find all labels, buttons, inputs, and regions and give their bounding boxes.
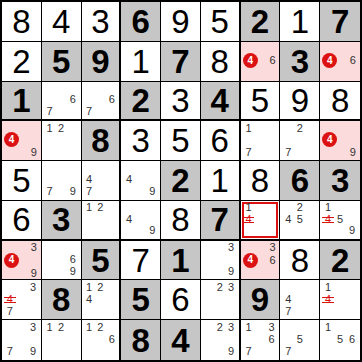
cell-r9c2[interactable]: 12: [42, 320, 82, 360]
candidate-6: 6: [268, 53, 278, 68]
cell-r8c5[interactable]: 6: [161, 280, 201, 320]
candidate-3: 3: [225, 321, 236, 333]
candidate-4: 4: [84, 174, 95, 186]
cell-r7c5[interactable]: 1: [161, 241, 201, 281]
solved-digit: 9: [171, 5, 189, 38]
cell-r2c2[interactable]: 5: [42, 42, 82, 82]
solved-digit: 5: [171, 124, 189, 157]
candidate-2: 2: [214, 281, 225, 293]
candidate-grid: 49: [4, 122, 39, 158]
cell-r4c9[interactable]: 49: [320, 121, 360, 161]
solved-digit: 1: [132, 45, 150, 78]
cell-r4c8[interactable]: 27: [280, 121, 320, 161]
candidate-9: 9: [225, 266, 236, 278]
candidate-grid: 46: [243, 43, 278, 79]
cell-r2c5[interactable]: 7: [161, 42, 201, 82]
cell-r9c8[interactable]: 57: [280, 320, 320, 360]
candidate-7: 7: [243, 146, 255, 158]
candidate-4-circled: 4: [243, 253, 258, 268]
cell-r6c6[interactable]: 7: [201, 201, 241, 241]
candidate-6: 6: [268, 253, 278, 268]
cell-r3c9[interactable]: 8: [320, 82, 360, 122]
cell-r6c7[interactable]: 14: [241, 201, 281, 241]
candidate-9: 9: [67, 266, 79, 278]
cell-r6c3[interactable]: 12: [82, 201, 122, 241]
cell-r8c9[interactable]: 14: [320, 280, 360, 320]
candidate-4-circled: 4: [4, 132, 19, 147]
candidate-7: 7: [44, 106, 56, 118]
candidate-grid: 14: [243, 202, 278, 237]
given-digit: 5: [52, 45, 70, 78]
cell-r1c1[interactable]: 8: [2, 2, 42, 42]
candidate-7: 7: [84, 186, 95, 198]
candidate-2: 2: [294, 202, 306, 214]
cell-r6c1[interactable]: 6: [2, 201, 42, 241]
cell-r3c4[interactable]: 2: [121, 82, 161, 122]
candidate-1: 1: [322, 321, 334, 333]
given-digit: 2: [171, 164, 189, 197]
candidate-7: 7: [282, 305, 294, 317]
candidate-4-eliminated: 4: [243, 213, 255, 225]
sudoku-board: 8436952172591784634616767234598491283561…: [0, 0, 362, 362]
given-digit: 9: [91, 45, 109, 78]
cell-r6c8[interactable]: 245: [280, 201, 320, 241]
cell-r6c5[interactable]: 8: [161, 201, 201, 241]
candidate-grid: 346: [243, 242, 278, 278]
solved-digit: 5: [12, 164, 30, 197]
candidate-4-eliminated: 4: [322, 293, 334, 305]
cell-r1c9[interactable]: 7: [320, 2, 360, 42]
given-digit: 3: [52, 203, 70, 236]
solved-digit: 1: [291, 5, 309, 38]
solved-digit: 3: [91, 5, 109, 38]
candidate-grid: 1367: [243, 321, 278, 358]
given-digit: 8: [91, 124, 109, 157]
candidate-1: 1: [243, 122, 255, 134]
candidate-5: 5: [334, 333, 346, 345]
given-digit: 5: [132, 283, 150, 316]
solved-digit: 6: [211, 124, 229, 157]
candidate-9: 9: [67, 186, 79, 198]
cell-r8c3[interactable]: 124: [82, 280, 122, 320]
solved-digit: 8: [251, 164, 269, 197]
candidate-7: 7: [4, 346, 16, 358]
cell-r3c5[interactable]: 3: [161, 82, 201, 122]
candidate-3: 3: [266, 321, 278, 333]
candidate-3: 3: [225, 242, 236, 254]
candidate-1: 1: [44, 122, 56, 134]
cell-r9c1[interactable]: 379: [2, 320, 42, 360]
cell-r2c3[interactable]: 9: [82, 42, 122, 82]
candidate-3: 3: [29, 242, 39, 253]
candidate-grid: 126: [84, 321, 118, 358]
cell-r9c7[interactable]: 1367: [241, 320, 281, 360]
candidate-grid: 349: [4, 242, 39, 278]
candidate-9: 9: [348, 147, 358, 158]
candidate-7: 7: [243, 346, 255, 358]
solved-digit: 8: [171, 203, 189, 236]
cell-r8c4[interactable]: 5: [121, 280, 161, 320]
cell-r1c5[interactable]: 9: [161, 2, 201, 42]
candidate-grid: 47: [282, 281, 317, 317]
cell-r8c2[interactable]: 8: [42, 280, 82, 320]
cell-r1c4[interactable]: 6: [121, 2, 161, 42]
candidate-grid: 23: [203, 281, 237, 317]
candidate-4-eliminated: 4: [4, 293, 16, 305]
candidate-3: 3: [27, 281, 39, 293]
solved-digit: 6: [12, 203, 30, 236]
cell-r7c4[interactable]: 7: [121, 241, 161, 281]
candidate-grid: 49: [322, 122, 358, 158]
candidate-grid: 39: [203, 242, 237, 278]
cell-r5c2[interactable]: 79: [42, 161, 82, 201]
cell-r6c2[interactable]: 3: [42, 201, 82, 241]
given-digit: 4: [211, 84, 229, 117]
candidate-grid: 1459: [322, 202, 358, 237]
cell-r1c3[interactable]: 3: [82, 2, 122, 42]
given-digit: 4: [171, 324, 189, 357]
solved-digit: 4: [52, 5, 70, 38]
given-digit: 1: [12, 84, 30, 117]
candidate-9: 9: [225, 346, 236, 358]
cell-r5c7[interactable]: 8: [241, 161, 281, 201]
candidate-6: 6: [106, 94, 117, 106]
given-digit: 6: [291, 164, 309, 197]
candidate-grid: 67: [84, 83, 118, 118]
cell-r1c6[interactable]: 5: [201, 2, 241, 42]
cell-r2c1[interactable]: 2: [2, 42, 42, 82]
cell-r9c6[interactable]: 239: [201, 320, 241, 360]
candidate-4: 4: [282, 213, 294, 225]
candidate-2: 2: [95, 321, 106, 333]
solved-digit: 8: [291, 244, 309, 277]
candidate-1: 1: [243, 321, 255, 333]
candidate-grid: 47: [84, 162, 118, 198]
given-digit: 6: [132, 5, 150, 38]
given-digit: 8: [132, 324, 150, 357]
candidate-1: 1: [84, 281, 95, 293]
cell-r1c8[interactable]: 1: [280, 2, 320, 42]
candidate-grid: 49: [123, 202, 158, 237]
candidate-6: 6: [348, 53, 358, 68]
cell-r6c9[interactable]: 1459: [320, 201, 360, 241]
cell-r7c6[interactable]: 39: [201, 241, 241, 281]
cell-r3c1[interactable]: 1: [2, 82, 42, 122]
candidate-5: 5: [294, 333, 306, 345]
solved-digit: 9: [291, 84, 309, 117]
candidate-9: 9: [147, 186, 159, 198]
candidate-6: 6: [266, 333, 278, 345]
candidate-grid: 156: [322, 321, 358, 358]
candidate-grid: 46: [322, 43, 358, 79]
candidate-7: 7: [282, 346, 294, 358]
candidate-1: 1: [84, 202, 95, 214]
candidate-grid: 347: [4, 281, 39, 317]
cell-r1c2[interactable]: 4: [42, 2, 82, 42]
cell-r5c6[interactable]: 1: [201, 161, 241, 201]
cell-r2c8[interactable]: 3: [280, 42, 320, 82]
candidate-grid: 67: [44, 83, 79, 118]
cell-r7c2[interactable]: 69: [42, 241, 82, 281]
cell-r5c8[interactable]: 6: [280, 161, 320, 201]
candidate-3: 3: [225, 281, 236, 293]
cell-r9c5[interactable]: 4: [161, 320, 201, 360]
given-digit: 8: [52, 283, 70, 316]
candidate-grid: 12: [84, 202, 118, 237]
candidate-2: 2: [294, 122, 306, 134]
candidate-grid: 12: [44, 321, 79, 358]
cell-r3c2[interactable]: 67: [42, 82, 82, 122]
candidate-3: 3: [268, 242, 278, 253]
candidate-2: 2: [55, 122, 67, 134]
cell-r2c9[interactable]: 46: [320, 42, 360, 82]
solved-digit: 5: [251, 84, 269, 117]
candidate-9: 9: [346, 225, 358, 237]
candidate-grid: 79: [44, 162, 79, 198]
candidate-4: 4: [123, 174, 135, 186]
cell-r8c6[interactable]: 23: [201, 280, 241, 320]
candidate-4: 4: [282, 293, 294, 305]
solved-digit: 3: [171, 84, 189, 117]
given-digit: 7: [331, 5, 349, 38]
solved-digit: 6: [171, 283, 189, 316]
cell-r5c4[interactable]: 49: [121, 161, 161, 201]
candidate-9: 9: [27, 346, 39, 358]
cell-r3c3[interactable]: 67: [82, 82, 122, 122]
candidate-6: 6: [67, 94, 79, 106]
cell-r5c1[interactable]: 5: [2, 161, 42, 201]
cell-r5c5[interactable]: 2: [161, 161, 201, 201]
candidate-4-circled: 4: [322, 53, 337, 68]
cell-r2c4[interactable]: 1: [121, 42, 161, 82]
candidate-1: 1: [322, 281, 334, 293]
cell-r3c7[interactable]: 5: [241, 82, 281, 122]
candidate-7: 7: [44, 186, 56, 198]
given-digit: 7: [211, 203, 229, 236]
candidate-1: 1: [44, 321, 56, 333]
candidate-4-circled: 4: [4, 253, 19, 268]
cell-r7c3[interactable]: 5: [82, 241, 122, 281]
cell-r8c8[interactable]: 47: [280, 280, 320, 320]
candidate-1: 1: [243, 202, 255, 214]
cell-r8c1[interactable]: 347: [2, 280, 42, 320]
solved-digit: 8: [211, 45, 229, 78]
solved-digit: 8: [331, 84, 349, 117]
cell-r4c6[interactable]: 6: [201, 121, 241, 161]
cell-r2c6[interactable]: 8: [201, 42, 241, 82]
cell-r5c3[interactable]: 47: [82, 161, 122, 201]
candidate-2: 2: [95, 281, 106, 293]
candidate-grid: 69: [44, 242, 79, 278]
candidate-3: 3: [27, 321, 39, 333]
cell-r4c3[interactable]: 8: [82, 121, 122, 161]
solved-digit: 8: [12, 5, 30, 38]
cell-r4c5[interactable]: 5: [161, 121, 201, 161]
solved-digit: 3: [132, 124, 150, 157]
candidate-grid: 17: [243, 122, 278, 158]
given-digit: 9: [251, 283, 269, 316]
solved-digit: 2: [12, 45, 30, 78]
candidate-2: 2: [95, 202, 106, 214]
given-digit: 3: [331, 164, 349, 197]
candidate-7: 7: [4, 305, 16, 317]
given-digit: 3: [291, 45, 309, 78]
cell-r7c8[interactable]: 8: [280, 241, 320, 281]
candidate-6: 6: [106, 333, 117, 345]
candidate-1: 1: [84, 321, 95, 333]
candidate-5: 5: [334, 213, 346, 225]
candidate-6: 6: [346, 333, 358, 345]
cell-r4c1[interactable]: 49: [2, 121, 42, 161]
cell-r4c7[interactable]: 17: [241, 121, 281, 161]
candidate-9: 9: [29, 268, 39, 279]
given-digit: 2: [251, 5, 269, 38]
candidate-5: 5: [294, 213, 306, 225]
candidate-grid: 49: [123, 162, 158, 198]
cell-r9c4[interactable]: 8: [121, 320, 161, 360]
solved-digit: 5: [211, 5, 229, 38]
candidate-grid: 27: [282, 122, 317, 158]
candidate-9: 9: [147, 225, 159, 237]
cell-r9c9[interactable]: 156: [320, 320, 360, 360]
cell-r7c7[interactable]: 346: [241, 241, 281, 281]
candidate-7: 7: [84, 106, 95, 118]
candidate-grid: 124: [84, 281, 118, 317]
cell-r5c9[interactable]: 3: [320, 161, 360, 201]
candidate-1: 1: [322, 202, 334, 214]
candidate-grid: 245: [282, 202, 317, 237]
candidate-grid: 14: [322, 281, 358, 317]
cell-r2c7[interactable]: 46: [241, 42, 281, 82]
candidate-2: 2: [214, 321, 225, 333]
candidate-2: 2: [55, 321, 67, 333]
given-digit: 5: [91, 244, 109, 277]
candidate-9: 9: [29, 147, 39, 158]
cell-r3c8[interactable]: 9: [280, 82, 320, 122]
cell-r1c7[interactable]: 2: [241, 2, 281, 42]
cell-r3c6[interactable]: 4: [201, 82, 241, 122]
given-digit: 2: [331, 244, 349, 277]
candidate-4-circled: 4: [322, 132, 337, 147]
candidate-7: 7: [282, 146, 294, 158]
cell-r7c9[interactable]: 2: [320, 241, 360, 281]
candidate-4: 4: [84, 293, 95, 305]
cell-r6c4[interactable]: 49: [121, 201, 161, 241]
solved-digit: 7: [132, 244, 150, 277]
candidate-grid: 12: [44, 122, 79, 158]
candidate-4: 4: [123, 213, 135, 225]
given-digit: 1: [171, 244, 189, 277]
cell-r4c4[interactable]: 3: [121, 121, 161, 161]
given-digit: 2: [132, 84, 150, 117]
candidate-4-eliminated: 4: [322, 213, 334, 225]
given-digit: 7: [171, 45, 189, 78]
cell-r7c1[interactable]: 349: [2, 241, 42, 281]
candidate-4-circled: 4: [243, 53, 258, 68]
candidate-grid: 57: [282, 321, 317, 358]
cell-r4c2[interactable]: 12: [42, 121, 82, 161]
cell-r9c3[interactable]: 126: [82, 320, 122, 360]
solved-digit: 1: [211, 164, 229, 197]
candidate-grid: 379: [4, 321, 39, 358]
cell-r8c7[interactable]: 9: [241, 280, 281, 320]
candidate-grid: 239: [203, 321, 237, 358]
candidate-6: 6: [67, 254, 79, 266]
